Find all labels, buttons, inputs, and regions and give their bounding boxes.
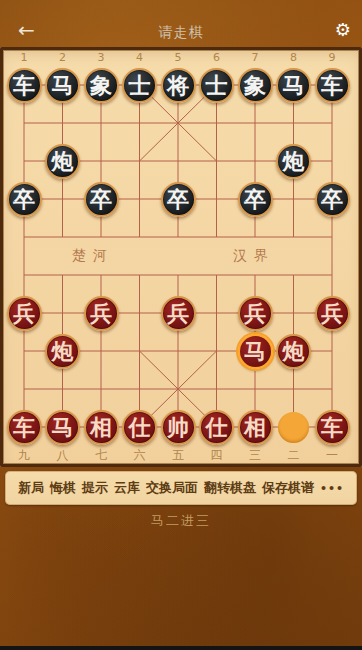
black-piece-象[interactable]: 象: [238, 68, 273, 103]
black-piece-将[interactable]: 将: [161, 68, 196, 103]
bottom-toolbar: 新局悔棋提示云库交换局面翻转棋盘保存棋谱•••: [5, 471, 357, 505]
file-label-top: 7: [240, 51, 270, 64]
red-piece-兵[interactable]: 兵: [84, 296, 119, 331]
last-move-text: 马二进三: [0, 512, 362, 530]
red-piece-仕[interactable]: 仕: [122, 410, 157, 445]
red-piece-车[interactable]: 车: [7, 410, 42, 445]
new-game-button[interactable]: 新局: [18, 479, 44, 497]
file-label-bottom: 五: [163, 447, 193, 464]
red-piece-仕[interactable]: 仕: [199, 410, 234, 445]
red-piece-车[interactable]: 车: [315, 410, 350, 445]
black-piece-象[interactable]: 象: [84, 68, 119, 103]
file-label-bottom: 八: [48, 447, 78, 464]
file-label-bottom: 九: [9, 447, 39, 464]
black-piece-士[interactable]: 士: [199, 68, 234, 103]
board-grid: [0, 47, 362, 467]
file-label-top: 1: [9, 51, 39, 64]
hint-button[interactable]: 提示: [82, 479, 108, 497]
file-label-top: 2: [48, 51, 78, 64]
red-piece-相[interactable]: 相: [238, 410, 273, 445]
red-piece-马[interactable]: 马: [45, 410, 80, 445]
last-move-origin-marker: [278, 412, 309, 443]
red-piece-炮[interactable]: 炮: [276, 334, 311, 369]
file-label-top: 6: [202, 51, 232, 64]
black-piece-卒[interactable]: 卒: [161, 182, 196, 217]
black-piece-马[interactable]: 马: [276, 68, 311, 103]
file-label-bottom: 七: [86, 447, 116, 464]
red-piece-兵[interactable]: 兵: [238, 296, 273, 331]
screen-bottom-strip: [0, 646, 362, 650]
file-label-top: 5: [163, 51, 193, 64]
file-label-top: 3: [86, 51, 116, 64]
file-label-top: 8: [279, 51, 309, 64]
settings-gear-icon[interactable]: ⚙: [335, 21, 351, 39]
xiangqi-board[interactable]: 123456789 九八七六五四三二一 楚河 汉界 车马象士将士象马车炮炮卒卒卒…: [0, 47, 362, 467]
save-record-button[interactable]: 保存棋谱: [262, 479, 314, 497]
red-piece-帅[interactable]: 帅: [161, 410, 196, 445]
cloud-library-button[interactable]: 云库: [114, 479, 140, 497]
black-piece-卒[interactable]: 卒: [7, 182, 42, 217]
red-piece-炮[interactable]: 炮: [45, 334, 80, 369]
file-label-bottom: 二: [279, 447, 309, 464]
swap-position-button[interactable]: 交换局面: [146, 479, 198, 497]
undo-button[interactable]: 悔棋: [50, 479, 76, 497]
file-label-bottom: 四: [202, 447, 232, 464]
red-piece-相[interactable]: 相: [84, 410, 119, 445]
black-piece-马[interactable]: 马: [45, 68, 80, 103]
top-bar: ← 请走棋 ⚙: [0, 0, 362, 47]
black-piece-卒[interactable]: 卒: [84, 182, 119, 217]
red-piece-兵[interactable]: 兵: [7, 296, 42, 331]
red-piece-马[interactable]: 马: [238, 334, 273, 369]
black-piece-炮[interactable]: 炮: [45, 144, 80, 179]
black-piece-卒[interactable]: 卒: [315, 182, 350, 217]
black-piece-士[interactable]: 士: [122, 68, 157, 103]
black-piece-卒[interactable]: 卒: [238, 182, 273, 217]
file-label-top: 9: [317, 51, 347, 64]
red-piece-兵[interactable]: 兵: [161, 296, 196, 331]
red-piece-兵[interactable]: 兵: [315, 296, 350, 331]
file-label-bottom: 六: [125, 447, 155, 464]
black-piece-车[interactable]: 车: [7, 68, 42, 103]
file-label-bottom: 一: [317, 447, 347, 464]
river-label-left: 楚河: [72, 247, 114, 265]
more-button[interactable]: •••: [320, 482, 344, 495]
file-label-top: 4: [125, 51, 155, 64]
black-piece-车[interactable]: 车: [315, 68, 350, 103]
file-label-bottom: 三: [240, 447, 270, 464]
flip-board-button[interactable]: 翻转棋盘: [204, 479, 256, 497]
black-piece-炮[interactable]: 炮: [276, 144, 311, 179]
page-title: 请走棋: [0, 24, 362, 42]
river-label-right: 汉界: [233, 247, 275, 265]
